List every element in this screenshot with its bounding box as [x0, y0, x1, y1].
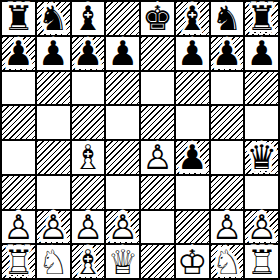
piece-black-pawn[interactable]: ♟ — [2, 37, 35, 70]
square-f8[interactable]: ♝♝ — [176, 2, 209, 35]
square-e7[interactable] — [141, 37, 174, 70]
square-e6[interactable] — [141, 72, 174, 105]
square-e8[interactable]: ♚♚ — [141, 2, 174, 35]
piece-halo: ♝ — [176, 2, 209, 35]
piece-black-knight[interactable]: ♞ — [211, 2, 244, 35]
piece-halo: ♟ — [37, 37, 70, 70]
piece-white-rook[interactable]: ♖ — [2, 245, 35, 278]
piece-halo: ♝ — [72, 2, 105, 35]
piece-halo: ♟ — [211, 37, 244, 70]
piece-halo: ♟ — [176, 141, 209, 174]
square-a3[interactable] — [2, 176, 35, 209]
piece-halo: ♟ — [211, 211, 244, 244]
square-c6[interactable] — [72, 72, 105, 105]
piece-halo: ♞ — [37, 2, 70, 35]
square-h1[interactable]: ♜♖ — [245, 245, 278, 278]
piece-black-knight[interactable]: ♞ — [37, 2, 70, 35]
square-b1[interactable]: ♞♘ — [37, 245, 70, 278]
piece-black-pawn[interactable]: ♟ — [72, 37, 105, 70]
square-g4[interactable] — [211, 141, 244, 174]
piece-black-rook[interactable]: ♜ — [2, 2, 35, 35]
square-a8[interactable]: ♜♜ — [2, 2, 35, 35]
square-g6[interactable] — [211, 72, 244, 105]
piece-white-king[interactable]: ♔ — [176, 245, 209, 278]
square-a1[interactable]: ♜♖ — [2, 245, 35, 278]
piece-halo: ♝ — [72, 245, 105, 278]
piece-halo: ♛ — [245, 141, 278, 174]
square-b6[interactable] — [37, 72, 70, 105]
piece-halo: ♜ — [245, 245, 278, 278]
piece-halo: ♟ — [176, 37, 209, 70]
square-f4[interactable]: ♟♟ — [176, 141, 209, 174]
square-d8[interactable] — [106, 2, 139, 35]
square-d3[interactable] — [106, 176, 139, 209]
square-g2[interactable]: ♟♙ — [211, 211, 244, 244]
square-d6[interactable] — [106, 72, 139, 105]
square-b3[interactable] — [37, 176, 70, 209]
square-f5[interactable] — [176, 106, 209, 139]
piece-halo: ♟ — [245, 211, 278, 244]
square-g8[interactable]: ♞♞ — [211, 2, 244, 35]
square-a7[interactable]: ♟♟ — [2, 37, 35, 70]
piece-halo: ♜ — [2, 245, 35, 278]
square-h5[interactable] — [245, 106, 278, 139]
piece-white-pawn[interactable]: ♙ — [141, 141, 174, 174]
square-e3[interactable] — [141, 176, 174, 209]
piece-black-king[interactable]: ♚ — [141, 2, 174, 35]
square-g3[interactable] — [211, 176, 244, 209]
square-c4[interactable]: ♝♗ — [72, 141, 105, 174]
piece-halo: ♚ — [176, 245, 209, 278]
square-h3[interactable] — [245, 176, 278, 209]
square-f1[interactable]: ♚♔ — [176, 245, 209, 278]
square-a2[interactable]: ♟♙ — [2, 211, 35, 244]
piece-halo: ♟ — [2, 211, 35, 244]
square-h7[interactable]: ♟♟ — [245, 37, 278, 70]
square-e2[interactable] — [141, 211, 174, 244]
piece-white-knight[interactable]: ♘ — [37, 245, 70, 278]
square-d4[interactable] — [106, 141, 139, 174]
piece-halo: ♝ — [72, 141, 105, 174]
square-d5[interactable] — [106, 106, 139, 139]
square-b5[interactable] — [37, 106, 70, 139]
square-a4[interactable] — [2, 141, 35, 174]
square-f6[interactable] — [176, 72, 209, 105]
piece-white-pawn[interactable]: ♙ — [245, 211, 278, 244]
square-c2[interactable]: ♟♙ — [72, 211, 105, 244]
piece-black-pawn[interactable]: ♟ — [176, 37, 209, 70]
piece-black-pawn[interactable]: ♟ — [176, 141, 209, 174]
piece-black-bishop[interactable]: ♝ — [72, 2, 105, 35]
piece-white-knight[interactable]: ♘ — [211, 245, 244, 278]
piece-white-bishop[interactable]: ♗ — [72, 141, 105, 174]
piece-black-queen[interactable]: ♛ — [245, 141, 278, 174]
piece-black-pawn[interactable]: ♟ — [37, 37, 70, 70]
piece-halo: ♛ — [106, 245, 139, 278]
piece-white-queen[interactable]: ♕ — [106, 245, 139, 278]
square-g5[interactable] — [211, 106, 244, 139]
piece-halo: ♞ — [211, 2, 244, 35]
square-f2[interactable] — [176, 211, 209, 244]
piece-white-pawn[interactable]: ♙ — [2, 211, 35, 244]
square-e1[interactable] — [141, 245, 174, 278]
square-a6[interactable] — [2, 72, 35, 105]
piece-black-pawn[interactable]: ♟ — [106, 37, 139, 70]
square-b4[interactable] — [37, 141, 70, 174]
square-b8[interactable]: ♞♞ — [37, 2, 70, 35]
piece-white-pawn[interactable]: ♙ — [72, 211, 105, 244]
piece-white-pawn[interactable]: ♙ — [37, 211, 70, 244]
piece-halo: ♟ — [106, 211, 139, 244]
piece-white-pawn[interactable]: ♙ — [106, 211, 139, 244]
square-h2[interactable]: ♟♙ — [245, 211, 278, 244]
piece-halo: ♜ — [245, 2, 278, 35]
piece-white-rook[interactable]: ♖ — [245, 245, 278, 278]
chess-board: ♜♜♞♞♝♝♚♚♝♝♞♞♜♜♟♟♟♟♟♟♟♟♟♟♟♟♟♟♝♗♟♙♟♟♛♛♟♙♟♙… — [0, 0, 280, 280]
square-d7[interactable]: ♟♟ — [106, 37, 139, 70]
piece-halo: ♟ — [2, 37, 35, 70]
square-e5[interactable] — [141, 106, 174, 139]
square-b7[interactable]: ♟♟ — [37, 37, 70, 70]
piece-halo: ♟ — [72, 211, 105, 244]
square-g1[interactable]: ♞♘ — [211, 245, 244, 278]
square-d1[interactable]: ♛♕ — [106, 245, 139, 278]
square-h6[interactable] — [245, 72, 278, 105]
square-b2[interactable]: ♟♙ — [37, 211, 70, 244]
square-c7[interactable]: ♟♟ — [72, 37, 105, 70]
square-f3[interactable] — [176, 176, 209, 209]
square-d2[interactable]: ♟♙ — [106, 211, 139, 244]
square-a5[interactable] — [2, 106, 35, 139]
piece-halo: ♚ — [141, 2, 174, 35]
square-f7[interactable]: ♟♟ — [176, 37, 209, 70]
square-g7[interactable]: ♟♟ — [211, 37, 244, 70]
piece-halo: ♟ — [141, 141, 174, 174]
piece-halo: ♟ — [72, 37, 105, 70]
square-c8[interactable]: ♝♝ — [72, 2, 105, 35]
piece-halo: ♞ — [37, 245, 70, 278]
piece-white-bishop[interactable]: ♗ — [72, 245, 105, 278]
square-h4[interactable]: ♛♛ — [245, 141, 278, 174]
piece-black-pawn[interactable]: ♟ — [245, 37, 278, 70]
square-c3[interactable] — [72, 176, 105, 209]
piece-halo: ♟ — [106, 37, 139, 70]
piece-black-pawn[interactable]: ♟ — [211, 37, 244, 70]
piece-black-bishop[interactable]: ♝ — [176, 2, 209, 35]
piece-halo: ♟ — [245, 37, 278, 70]
piece-halo: ♜ — [2, 2, 35, 35]
square-e4[interactable]: ♟♙ — [141, 141, 174, 174]
square-h8[interactable]: ♜♜ — [245, 2, 278, 35]
square-c1[interactable]: ♝♗ — [72, 245, 105, 278]
piece-white-pawn[interactable]: ♙ — [211, 211, 244, 244]
piece-halo: ♞ — [211, 245, 244, 278]
square-c5[interactable] — [72, 106, 105, 139]
piece-black-rook[interactable]: ♜ — [245, 2, 278, 35]
piece-halo: ♟ — [37, 211, 70, 244]
